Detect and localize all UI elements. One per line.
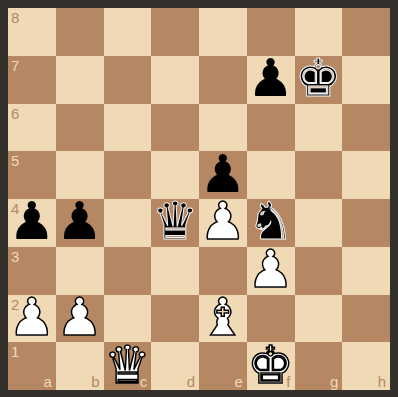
square-h5[interactable] <box>342 151 390 199</box>
square-b8[interactable] <box>56 8 104 56</box>
square-b4[interactable]: ♟ <box>56 199 104 247</box>
piece-white-pawn[interactable]: ♟ <box>56 294 103 341</box>
file-label-e: e <box>234 374 242 389</box>
square-g7[interactable]: ♚ <box>295 56 343 104</box>
square-h4[interactable] <box>342 199 390 247</box>
square-d6[interactable] <box>151 104 199 152</box>
file-label-g: g <box>330 374 338 389</box>
file-label-a: a <box>43 374 51 389</box>
square-d8[interactable] <box>151 8 199 56</box>
square-g4[interactable] <box>295 199 343 247</box>
square-b1[interactable]: b <box>56 342 104 390</box>
square-g2[interactable] <box>295 295 343 343</box>
piece-black-pawn[interactable]: ♟ <box>247 55 294 102</box>
square-f6[interactable] <box>247 104 295 152</box>
rank-label-5: 5 <box>11 153 19 168</box>
square-c6[interactable] <box>104 104 152 152</box>
square-b6[interactable] <box>56 104 104 152</box>
piece-white-pawn[interactable]: ♟ <box>200 198 247 245</box>
square-e2[interactable]: ♝ <box>199 295 247 343</box>
piece-white-king[interactable]: ♚ <box>247 342 294 389</box>
square-e8[interactable] <box>199 8 247 56</box>
piece-white-pawn[interactable]: ♟ <box>9 294 56 341</box>
piece-white-queen[interactable]: ♛ <box>104 342 151 389</box>
square-f1[interactable]: f♚ <box>247 342 295 390</box>
file-label-h: h <box>378 374 386 389</box>
square-f3[interactable]: ♟ <box>247 247 295 295</box>
square-h3[interactable] <box>342 247 390 295</box>
rank-label-8: 8 <box>11 10 19 25</box>
board-frame: 87♟♚65♟4♟♟♛♟♞3♟2♟♟♝1abc♛def♚gh <box>0 0 398 397</box>
square-b7[interactable] <box>56 56 104 104</box>
square-h1[interactable]: h <box>342 342 390 390</box>
square-d1[interactable]: d <box>151 342 199 390</box>
piece-black-pawn[interactable]: ♟ <box>9 198 56 245</box>
square-c5[interactable] <box>104 151 152 199</box>
piece-black-pawn[interactable]: ♟ <box>56 198 103 245</box>
piece-white-pawn[interactable]: ♟ <box>247 246 294 293</box>
square-d7[interactable] <box>151 56 199 104</box>
square-c1[interactable]: c♛ <box>104 342 152 390</box>
square-c7[interactable] <box>104 56 152 104</box>
square-c4[interactable] <box>104 199 152 247</box>
square-h7[interactable] <box>342 56 390 104</box>
file-label-b: b <box>91 374 99 389</box>
square-g6[interactable] <box>295 104 343 152</box>
square-f7[interactable]: ♟ <box>247 56 295 104</box>
rank-label-7: 7 <box>11 58 19 73</box>
square-c3[interactable] <box>104 247 152 295</box>
piece-black-queen[interactable]: ♛ <box>152 198 199 245</box>
square-a4[interactable]: 4♟ <box>8 199 56 247</box>
piece-white-bishop[interactable]: ♝ <box>200 294 247 341</box>
square-h6[interactable] <box>342 104 390 152</box>
square-g5[interactable] <box>295 151 343 199</box>
square-a6[interactable]: 6 <box>8 104 56 152</box>
square-a2[interactable]: 2♟ <box>8 295 56 343</box>
square-e1[interactable]: e <box>199 342 247 390</box>
square-d3[interactable] <box>151 247 199 295</box>
square-c8[interactable] <box>104 8 152 56</box>
square-g1[interactable]: g <box>295 342 343 390</box>
square-h2[interactable] <box>342 295 390 343</box>
square-b2[interactable]: ♟ <box>56 295 104 343</box>
square-h8[interactable] <box>342 8 390 56</box>
rank-label-6: 6 <box>11 106 19 121</box>
square-a8[interactable]: 8 <box>8 8 56 56</box>
file-label-d: d <box>187 374 195 389</box>
square-d2[interactable] <box>151 295 199 343</box>
square-a7[interactable]: 7 <box>8 56 56 104</box>
square-e4[interactable]: ♟ <box>199 199 247 247</box>
square-e7[interactable] <box>199 56 247 104</box>
piece-black-king[interactable]: ♚ <box>295 55 342 102</box>
square-g3[interactable] <box>295 247 343 295</box>
square-a1[interactable]: 1a <box>8 342 56 390</box>
square-d4[interactable]: ♛ <box>151 199 199 247</box>
chess-board: 87♟♚65♟4♟♟♛♟♞3♟2♟♟♝1abc♛def♚gh <box>8 8 390 390</box>
